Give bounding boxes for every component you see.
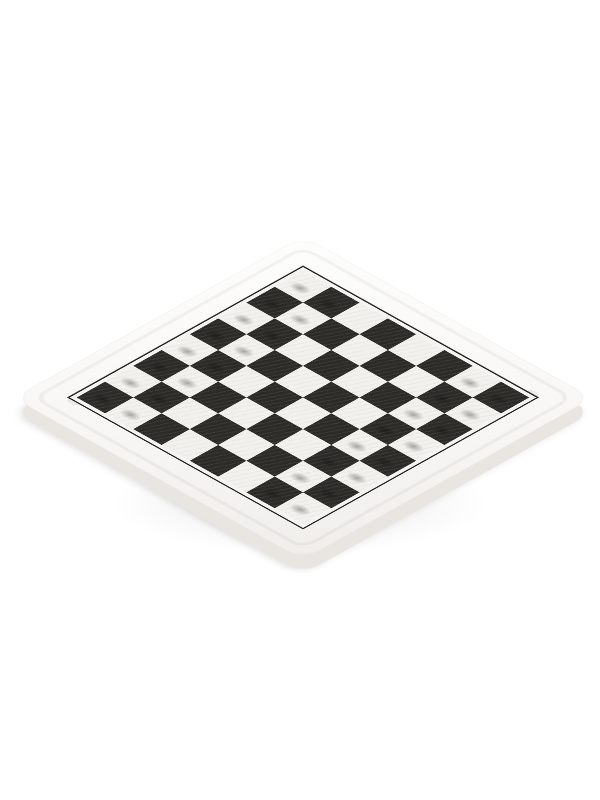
black-pawn-glyph: ♟ <box>73 362 189 418</box>
white-rook-glyph: ♜ <box>243 441 359 513</box>
product-photo: ♜♞♝♛♚♝♞♜♟♟♟♟♟♟♟♟♟♟♟♟♟♟♟♟♜♞♝♛♚♝♞♜ <box>0 0 600 800</box>
